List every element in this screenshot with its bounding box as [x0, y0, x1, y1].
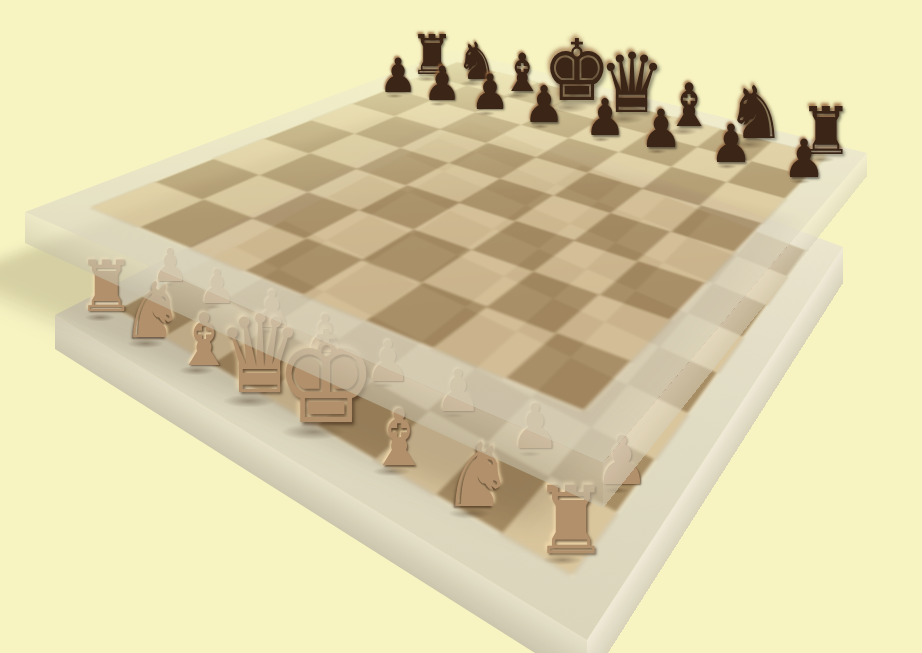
piece-black-pawn[interactable]: ♟: [710, 118, 753, 171]
piece-black-pawn[interactable]: ♟: [783, 133, 826, 186]
chess-3d-scene: ♟♟♜♟♞♟♝♟♛♟♚♟♝♟♞♜ ♜♞♝♟♟♚♟♛♟♝♟♞♟♜♟♟: [0, 0, 922, 653]
piece-black-pawn[interactable]: ♟: [423, 60, 461, 107]
piece-black-pawn[interactable]: ♟: [470, 68, 510, 117]
piece-black-pawn[interactable]: ♟: [584, 93, 625, 144]
piece-black-pawn[interactable]: ♟: [379, 52, 417, 99]
piece-black-pawn[interactable]: ♟: [640, 103, 683, 156]
piece-black-pawn[interactable]: ♟: [523, 80, 564, 131]
